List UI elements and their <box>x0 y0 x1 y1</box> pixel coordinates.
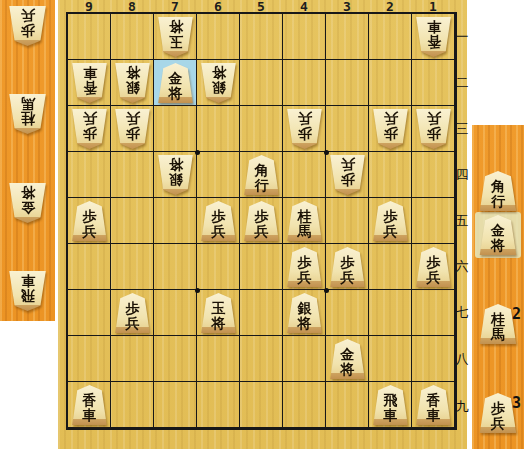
sente-lance-19[interactable]: 香車 <box>416 385 452 425</box>
sente-king-67[interactable]: 玉将 <box>201 293 237 333</box>
sente-pawn-55[interactable]: 歩兵 <box>244 201 280 241</box>
gote-pawn-93[interactable]: 歩兵 <box>72 109 108 149</box>
sente-lance-99[interactable]: 香車 <box>72 385 108 425</box>
sente-gold-38[interactable]: 金将 <box>330 339 366 379</box>
sente-pawn-87[interactable]: 歩兵 <box>115 293 151 333</box>
gote-silver-82[interactable]: 銀将 <box>115 63 151 103</box>
gote-hand-pawn[interactable]: 歩兵 <box>9 6 47 46</box>
gote-hand-knight[interactable]: 桂馬 <box>9 94 47 134</box>
gote-king-71[interactable]: 玉将 <box>158 17 194 57</box>
sente-hand-bishop[interactable]: 角行 <box>479 171 517 211</box>
sente-pawn-36[interactable]: 歩兵 <box>330 247 366 287</box>
sente-hand-gold[interactable]: 金将 <box>479 215 517 255</box>
hand-piece-count: 2 <box>512 306 524 322</box>
sente-pawn-95[interactable]: 歩兵 <box>72 201 108 241</box>
shogi-app: 歩兵桂馬金将飛車 9 8 7 6 5 4 3 2 1 一 二 三 四 五 六 七… <box>0 0 524 449</box>
gote-silver-74[interactable]: 銀将 <box>158 155 194 195</box>
gote-pawn-43[interactable]: 歩兵 <box>287 109 323 149</box>
shogi-board[interactable]: 玉将香車香車銀将金将銀将歩兵歩兵歩兵歩兵歩兵銀将角行歩兵歩兵歩兵歩兵桂馬歩兵歩兵… <box>66 12 457 430</box>
sente-gold-72[interactable]: 金将 <box>158 63 194 103</box>
gote-silver-62[interactable]: 銀将 <box>201 63 237 103</box>
gote-hand-rook[interactable]: 飛車 <box>9 271 47 311</box>
sente-pawn-16[interactable]: 歩兵 <box>416 247 452 287</box>
gote-pawn-83[interactable]: 歩兵 <box>115 109 151 149</box>
sente-silver-47[interactable]: 銀将 <box>287 293 323 333</box>
gote-captured-tray: 歩兵桂馬金将飛車 <box>0 0 55 321</box>
hoshi-dot <box>195 288 200 293</box>
gote-pawn-34[interactable]: 歩兵 <box>330 155 366 195</box>
board-panel: 9 8 7 6 5 4 3 2 1 一 二 三 四 五 六 七 八 九 玉将香 <box>58 0 467 449</box>
hoshi-dot <box>195 150 200 155</box>
sente-pawn-25[interactable]: 歩兵 <box>373 201 409 241</box>
sente-bishop-54[interactable]: 角行 <box>244 155 280 195</box>
hoshi-dot <box>324 150 329 155</box>
gote-pawn-23[interactable]: 歩兵 <box>373 109 409 149</box>
gote-pawn-13[interactable]: 歩兵 <box>416 109 452 149</box>
sente-pawn-65[interactable]: 歩兵 <box>201 201 237 241</box>
sente-knight-45[interactable]: 桂馬 <box>287 201 323 241</box>
hand-piece-count: 3 <box>512 395 524 411</box>
gote-lance-92[interactable]: 香車 <box>72 63 108 103</box>
hoshi-dot <box>324 288 329 293</box>
gote-hand-gold[interactable]: 金将 <box>9 183 47 223</box>
sente-pawn-46[interactable]: 歩兵 <box>287 247 323 287</box>
sente-rook-29[interactable]: 飛車 <box>373 385 409 425</box>
gote-lance-11[interactable]: 香車 <box>416 17 452 57</box>
sente-captured-tray: 角行金将桂馬2歩兵3 <box>472 125 524 449</box>
